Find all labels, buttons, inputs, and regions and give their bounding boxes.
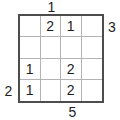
cell-r3c1[interactable]: 1 <box>20 59 41 80</box>
cell-r1c1[interactable] <box>20 16 41 37</box>
cell-r4c3[interactable]: 2 <box>61 80 82 101</box>
cell-r2c4[interactable] <box>82 37 103 58</box>
cell-r4c4[interactable] <box>82 80 103 101</box>
cell-r3c2[interactable] <box>41 59 62 80</box>
cell-r2c2[interactable] <box>41 37 62 58</box>
clue-left-row4: 2 <box>0 80 17 101</box>
cell-r4c2[interactable] <box>41 80 62 101</box>
cell-r1c2[interactable]: 2 <box>41 16 62 37</box>
clue-bottom-col3: 5 <box>62 103 83 120</box>
cell-r1c3[interactable]: 1 <box>61 16 82 37</box>
cell-r4c1[interactable]: 1 <box>20 80 41 101</box>
cell-r3c4[interactable] <box>82 59 103 80</box>
clue-top-col2: 1 <box>41 0 62 14</box>
puzzle-board: 2 1 1 2 1 2 <box>18 14 104 103</box>
clue-right-row1: 3 <box>104 16 120 37</box>
puzzle: 1 3 2 5 2 1 1 2 1 2 <box>0 0 120 120</box>
cell-r2c1[interactable] <box>20 37 41 58</box>
cell-r2c3[interactable] <box>61 37 82 58</box>
cell-r3c3[interactable]: 2 <box>61 59 82 80</box>
cell-r1c4[interactable] <box>82 16 103 37</box>
